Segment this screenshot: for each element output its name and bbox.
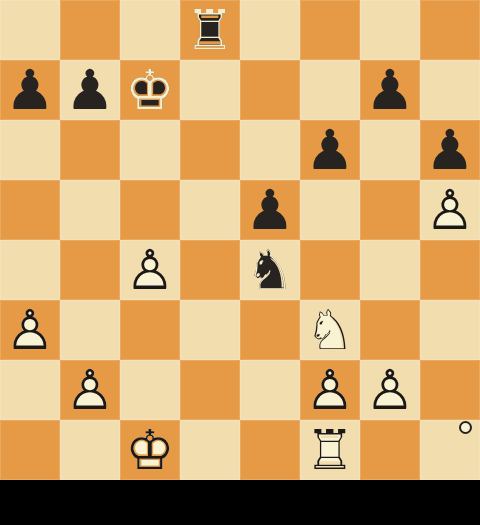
- square-a2[interactable]: [0, 360, 60, 420]
- square-a5[interactable]: [0, 180, 60, 240]
- square-g4[interactable]: [360, 240, 420, 300]
- square-e5[interactable]: ♟: [240, 180, 300, 240]
- black-pawn: ♟: [420, 120, 480, 180]
- bottom-bar: [0, 480, 480, 525]
- square-b7[interactable]: ♟: [60, 60, 120, 120]
- white-pawn: ♟: [300, 360, 360, 420]
- black-knight: ♞: [240, 240, 300, 300]
- square-d7[interactable]: [180, 60, 240, 120]
- square-b4[interactable]: [60, 240, 120, 300]
- square-a8[interactable]: [0, 0, 60, 60]
- square-g8[interactable]: [360, 0, 420, 60]
- square-e1[interactable]: [240, 420, 300, 480]
- square-d3[interactable]: [180, 300, 240, 360]
- square-d5[interactable]: [180, 180, 240, 240]
- white-pawn: ♟: [120, 240, 180, 300]
- black-pawn: ♟: [0, 60, 60, 120]
- square-a1[interactable]: [0, 420, 60, 480]
- square-g1[interactable]: [360, 420, 420, 480]
- square-d6[interactable]: [180, 120, 240, 180]
- square-f8[interactable]: [300, 0, 360, 60]
- square-d8[interactable]: ♜: [180, 0, 240, 60]
- square-c7[interactable]: ♚: [120, 60, 180, 120]
- square-h4[interactable]: [420, 240, 480, 300]
- black-rook: ♜: [180, 0, 240, 60]
- black-pawn: ♟: [300, 120, 360, 180]
- square-f7[interactable]: [300, 60, 360, 120]
- square-d2[interactable]: [180, 360, 240, 420]
- chess-app-window: ♜♟♟♚♟♟♟♟♟♟♞♟♞♟♟♟♚♜: [0, 0, 480, 525]
- square-c1[interactable]: ♚: [120, 420, 180, 480]
- square-b1[interactable]: [60, 420, 120, 480]
- square-f1[interactable]: ♜: [300, 420, 360, 480]
- square-e7[interactable]: [240, 60, 300, 120]
- square-b5[interactable]: [60, 180, 120, 240]
- square-a7[interactable]: ♟: [0, 60, 60, 120]
- square-b8[interactable]: [60, 0, 120, 60]
- square-e2[interactable]: [240, 360, 300, 420]
- black-king: ♚: [120, 60, 180, 120]
- white-to-move-indicator: [459, 421, 472, 434]
- square-c2[interactable]: [120, 360, 180, 420]
- square-e6[interactable]: [240, 120, 300, 180]
- square-e8[interactable]: [240, 0, 300, 60]
- square-d4[interactable]: [180, 240, 240, 300]
- square-g5[interactable]: [360, 180, 420, 240]
- white-knight: ♞: [300, 300, 360, 360]
- white-pawn: ♟: [420, 180, 480, 240]
- white-rook: ♜: [300, 420, 360, 480]
- white-pawn: ♟: [60, 360, 120, 420]
- square-f3[interactable]: ♞: [300, 300, 360, 360]
- square-g6[interactable]: [360, 120, 420, 180]
- square-h7[interactable]: [420, 60, 480, 120]
- square-f6[interactable]: ♟: [300, 120, 360, 180]
- square-h5[interactable]: ♟: [420, 180, 480, 240]
- white-pawn: ♟: [360, 360, 420, 420]
- square-c4[interactable]: ♟: [120, 240, 180, 300]
- square-h2[interactable]: [420, 360, 480, 420]
- white-pawn: ♟: [0, 300, 60, 360]
- chess-board: ♜♟♟♚♟♟♟♟♟♟♞♟♞♟♟♟♚♜: [0, 0, 480, 480]
- black-pawn: ♟: [240, 180, 300, 240]
- square-b3[interactable]: [60, 300, 120, 360]
- white-king: ♚: [120, 420, 180, 480]
- black-pawn: ♟: [360, 60, 420, 120]
- square-b6[interactable]: [60, 120, 120, 180]
- square-a4[interactable]: [0, 240, 60, 300]
- square-f2[interactable]: ♟: [300, 360, 360, 420]
- square-d1[interactable]: [180, 420, 240, 480]
- square-h8[interactable]: [420, 0, 480, 60]
- square-e3[interactable]: [240, 300, 300, 360]
- square-b2[interactable]: ♟: [60, 360, 120, 420]
- square-e4[interactable]: ♞: [240, 240, 300, 300]
- square-f5[interactable]: [300, 180, 360, 240]
- square-f4[interactable]: [300, 240, 360, 300]
- square-c6[interactable]: [120, 120, 180, 180]
- black-pawn: ♟: [60, 60, 120, 120]
- square-a6[interactable]: [0, 120, 60, 180]
- square-g3[interactable]: [360, 300, 420, 360]
- square-c5[interactable]: [120, 180, 180, 240]
- square-h3[interactable]: [420, 300, 480, 360]
- square-c8[interactable]: [120, 0, 180, 60]
- square-a3[interactable]: ♟: [0, 300, 60, 360]
- square-h6[interactable]: ♟: [420, 120, 480, 180]
- square-g7[interactable]: ♟: [360, 60, 420, 120]
- square-c3[interactable]: [120, 300, 180, 360]
- square-g2[interactable]: ♟: [360, 360, 420, 420]
